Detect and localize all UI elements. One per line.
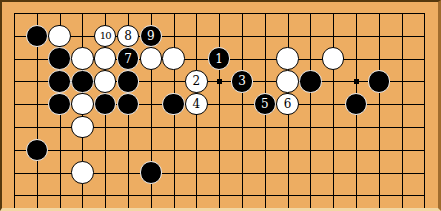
star-point: [217, 79, 222, 84]
white-stone: [71, 116, 93, 138]
black-stone-move-5: 5: [254, 93, 276, 115]
white-stone: [71, 47, 93, 69]
white-stone: [71, 161, 93, 183]
white-stone: [71, 93, 93, 115]
white-stone: [94, 47, 116, 69]
black-stone: [48, 47, 70, 69]
black-stone: [345, 93, 367, 115]
black-stone: [299, 70, 321, 92]
black-stone: [117, 93, 139, 115]
black-stone: [26, 25, 48, 47]
white-stone: [140, 47, 162, 69]
white-stone-move-2: 2: [185, 70, 207, 92]
black-stone: [117, 70, 139, 92]
black-stone: [48, 70, 70, 92]
black-stone: [140, 161, 162, 183]
white-stone-move-8: 8: [117, 25, 139, 47]
black-stone: [48, 93, 70, 115]
black-stone: [26, 139, 48, 161]
white-stone-move-10: 10: [94, 25, 116, 47]
black-stone-move-9: 9: [140, 25, 162, 47]
white-stone: [94, 70, 116, 92]
black-stone-move-1: 1: [208, 47, 230, 69]
black-stone: [162, 93, 184, 115]
white-stone-move-4: 4: [185, 93, 207, 115]
white-stone: [276, 70, 298, 92]
black-stone: [71, 70, 93, 92]
black-stone-move-3: 3: [231, 70, 253, 92]
white-stone: [276, 47, 298, 69]
stones-layer: 10897123456: [3, 2, 436, 207]
black-stone: [94, 93, 116, 115]
black-stone-move-7: 7: [117, 47, 139, 69]
white-stone: [162, 47, 184, 69]
white-stone: [322, 47, 344, 69]
go-board: 10897123456: [0, 0, 441, 211]
white-stone-move-6: 6: [276, 93, 298, 115]
white-stone: [48, 25, 70, 47]
star-point: [354, 79, 359, 84]
black-stone: [368, 70, 390, 92]
